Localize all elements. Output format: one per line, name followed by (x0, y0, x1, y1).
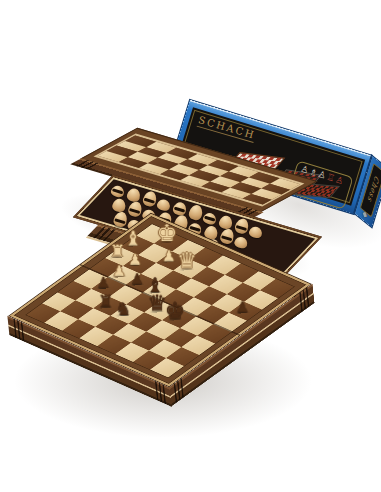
lid-groove-left (76, 160, 99, 169)
knight-glyph: ♞ (115, 300, 131, 318)
edge-groove (299, 287, 309, 312)
board-square (150, 358, 183, 377)
board-square (113, 323, 146, 342)
board-square (62, 319, 95, 338)
chess-piece-dark-king: ♚ (163, 288, 187, 322)
chess-piece-dark-knight: ♞ (111, 284, 135, 318)
board-square (131, 331, 164, 350)
stored-piece (110, 184, 126, 198)
board-square (164, 328, 197, 347)
board-square (148, 339, 181, 358)
board-square (182, 336, 215, 355)
board-square (129, 312, 162, 331)
philos-logo-icon: ◆ (361, 209, 368, 220)
board-square (115, 343, 148, 362)
board-square (44, 311, 77, 330)
board-square (198, 324, 231, 343)
board-square (80, 327, 113, 346)
board-square (97, 335, 130, 354)
product-photo-scene: SCHACH ♙♗♙♖♙ Chess ◆ (0, 0, 381, 492)
board-square (166, 347, 199, 366)
board-square (146, 320, 179, 339)
board-square (213, 313, 246, 332)
chess-piece-dark-pawn: ♟ (230, 281, 254, 315)
board-square (133, 350, 166, 369)
king-glyph: ♚ (165, 299, 186, 322)
board-square (78, 308, 111, 327)
board-square (196, 305, 229, 324)
box-side-text: Chess (366, 174, 380, 204)
board-square (95, 316, 128, 335)
